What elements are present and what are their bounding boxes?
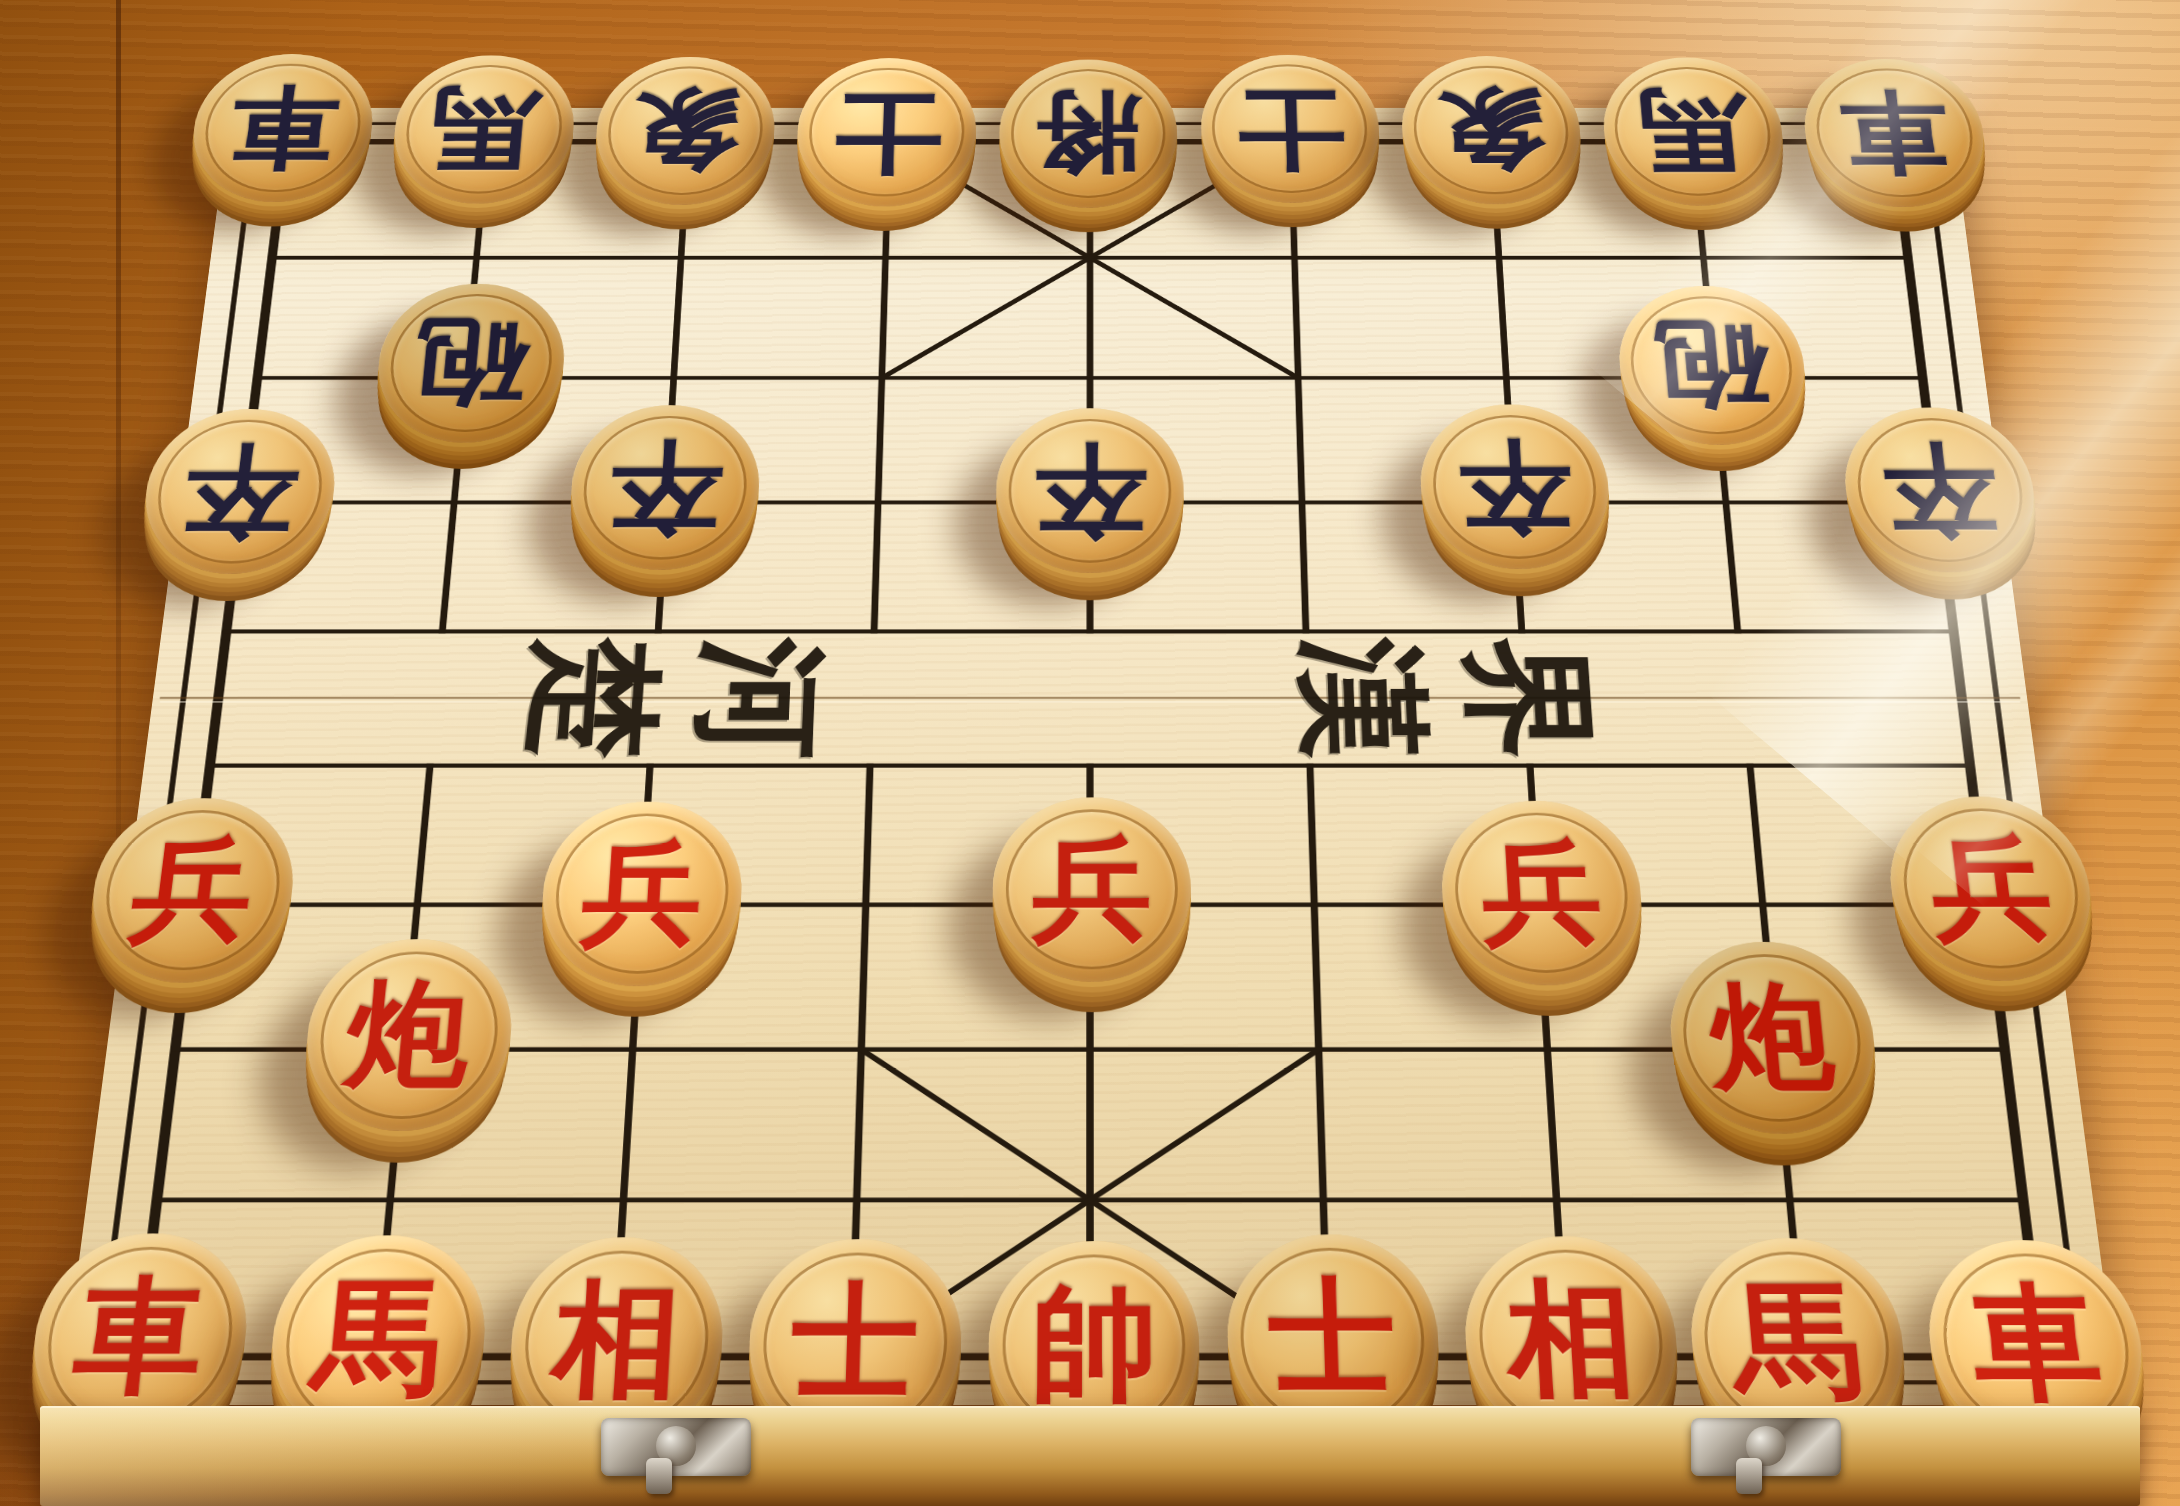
piece-glyph: 車 — [224, 83, 342, 172]
piece-glyph: 帥 — [1030, 1282, 1158, 1408]
board-grid — [60, 108, 2120, 1405]
piece-glyph: 卒 — [1456, 437, 1575, 536]
piece-glyph: 車 — [1836, 88, 1954, 177]
piece-glyph: 兵 — [126, 834, 259, 945]
piece-black-general[interactable]: 將 — [998, 59, 1178, 207]
piece-black-advisor[interactable]: 士 — [1200, 55, 1382, 203]
piece-glyph: 砲 — [411, 315, 531, 411]
piece-glyph: 馬 — [309, 1276, 447, 1401]
scene: 楚河 漢界 車馬象士將士象馬車砲砲卒卒卒卒卒兵兵兵兵兵炮炮車馬相士帥士相馬車 — [0, 0, 2180, 1506]
piece-glyph: 將 — [1034, 88, 1142, 178]
piece-glyph: 砲 — [1652, 317, 1772, 413]
piece-glyph: 象 — [1435, 85, 1548, 174]
piece-glyph: 士 — [1268, 1275, 1399, 1400]
piece-glyph: 士 — [1235, 83, 1345, 172]
photo-frame: 楚河 漢界 車馬象士將士象馬車砲砲卒卒卒卒卒兵兵兵兵兵炮炮車馬相士帥士相馬車 — [0, 0, 2180, 1506]
piece-glyph: 士 — [831, 87, 941, 176]
piece-glyph: 卒 — [605, 437, 724, 536]
piece-glyph: 馬 — [1635, 86, 1750, 175]
piece-glyph: 兵 — [1924, 832, 2057, 943]
metal-latch-icon — [1691, 1418, 1841, 1476]
piece-glyph: 兵 — [1032, 833, 1152, 944]
piece-glyph: 馬 — [1728, 1279, 1866, 1404]
piece-glyph: 士 — [789, 1280, 920, 1406]
xiangqi-board: 楚河 漢界 車馬象士將士象馬車砲砲卒卒卒卒卒兵兵兵兵兵炮炮車馬相士帥士相馬車 — [60, 108, 2120, 1405]
piece-glyph: 馬 — [426, 84, 541, 173]
piece-glyph: 車 — [69, 1274, 211, 1399]
piece-red-soldier[interactable]: 兵 — [992, 797, 1193, 981]
metal-latch-icon — [601, 1418, 751, 1476]
piece-glyph: 卒 — [177, 441, 302, 541]
piece-black-soldier[interactable]: 卒 — [995, 408, 1185, 573]
piece-glyph: 卒 — [1878, 440, 2003, 539]
piece-glyph: 炮 — [1706, 979, 1839, 1095]
piece-glyph: 相 — [549, 1278, 684, 1403]
piece-glyph: 炮 — [342, 977, 475, 1093]
piece-glyph: 兵 — [579, 837, 705, 948]
piece-glyph: 相 — [1504, 1277, 1639, 1402]
piece-glyph: 兵 — [1479, 836, 1605, 947]
piece-glyph: 象 — [629, 86, 742, 175]
board-front-edge — [40, 1406, 2140, 1506]
piece-glyph: 車 — [1965, 1281, 2107, 1407]
piece-glyph: 卒 — [1033, 441, 1147, 541]
